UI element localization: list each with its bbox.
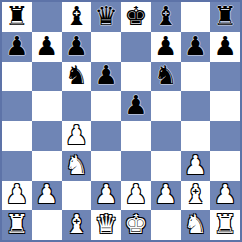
piece-black-pawn[interactable]: ♟ [5,33,28,59]
square-c2[interactable] [62,181,92,211]
square-a7[interactable]: ♟ [2,32,32,62]
piece-black-pawn[interactable]: ♟ [94,62,117,88]
square-h4[interactable] [210,121,240,151]
piece-white-knight[interactable]: ♞ [65,152,88,178]
piece-black-pawn[interactable]: ♟ [35,33,58,59]
square-e4[interactable] [121,121,151,151]
square-e5[interactable]: ♟ [121,91,151,121]
piece-black-pawn[interactable]: ♟ [213,33,236,59]
square-h2[interactable]: ♟ [210,181,240,211]
square-g4[interactable] [181,121,211,151]
square-h6[interactable] [210,62,240,92]
square-a1[interactable]: ♜ [2,210,32,240]
square-a6[interactable] [2,62,32,92]
piece-white-pawn[interactable]: ♟ [154,181,177,207]
square-d6[interactable]: ♟ [91,62,121,92]
square-e7[interactable] [121,32,151,62]
square-a2[interactable]: ♟ [2,181,32,211]
square-d4[interactable] [91,121,121,151]
piece-white-pawn[interactable]: ♟ [94,181,117,207]
chess-board: ♜♝♛♚♝♜♟♟♟♟♟♟♞♟♞♟♟♞♟♟♟♟♟♟♝♟♜♝♛♚♞♜ [0,0,242,242]
square-d2[interactable]: ♟ [91,181,121,211]
piece-white-pawn[interactable]: ♟ [184,152,207,178]
piece-white-rook[interactable]: ♜ [213,211,236,237]
square-b1[interactable] [32,210,62,240]
square-d5[interactable] [91,91,121,121]
square-b2[interactable]: ♟ [32,181,62,211]
square-a8[interactable]: ♜ [2,2,32,32]
square-h7[interactable]: ♟ [210,32,240,62]
square-g1[interactable]: ♞ [181,210,211,240]
square-c1[interactable]: ♝ [62,210,92,240]
piece-white-pawn[interactable]: ♟ [124,181,147,207]
piece-black-pawn[interactable]: ♟ [154,33,177,59]
piece-black-knight[interactable]: ♞ [154,62,177,88]
piece-black-pawn[interactable]: ♟ [184,33,207,59]
square-a3[interactable] [2,151,32,181]
square-g8[interactable] [181,2,211,32]
square-g3[interactable]: ♟ [181,151,211,181]
piece-black-king[interactable]: ♚ [124,3,147,29]
square-f4[interactable] [151,121,181,151]
square-f5[interactable] [151,91,181,121]
square-f7[interactable]: ♟ [151,32,181,62]
square-e6[interactable] [121,62,151,92]
square-b7[interactable]: ♟ [32,32,62,62]
square-b4[interactable] [32,121,62,151]
square-g5[interactable] [181,91,211,121]
square-h5[interactable] [210,91,240,121]
piece-white-rook[interactable]: ♜ [5,211,28,237]
square-e8[interactable]: ♚ [121,2,151,32]
square-b6[interactable] [32,62,62,92]
piece-black-rook[interactable]: ♜ [5,3,28,29]
square-c3[interactable]: ♞ [62,151,92,181]
piece-white-queen[interactable]: ♛ [94,211,117,237]
piece-white-bishop[interactable]: ♝ [184,181,207,207]
square-c6[interactable]: ♞ [62,62,92,92]
square-c8[interactable]: ♝ [62,2,92,32]
piece-white-pawn[interactable]: ♟ [5,181,28,207]
square-b8[interactable] [32,2,62,32]
square-c5[interactable] [62,91,92,121]
square-g6[interactable] [181,62,211,92]
square-d3[interactable] [91,151,121,181]
square-c7[interactable]: ♟ [62,32,92,62]
piece-black-bishop[interactable]: ♝ [154,3,177,29]
square-g7[interactable]: ♟ [181,32,211,62]
square-b3[interactable] [32,151,62,181]
piece-white-pawn[interactable]: ♟ [35,181,58,207]
piece-white-bishop[interactable]: ♝ [65,211,88,237]
square-f3[interactable] [151,151,181,181]
piece-black-rook[interactable]: ♜ [213,3,236,29]
square-e2[interactable]: ♟ [121,181,151,211]
piece-black-bishop[interactable]: ♝ [65,3,88,29]
piece-white-pawn[interactable]: ♟ [65,122,88,148]
piece-black-queen[interactable]: ♛ [94,3,117,29]
square-f2[interactable]: ♟ [151,181,181,211]
square-a4[interactable] [2,121,32,151]
piece-white-pawn[interactable]: ♟ [213,181,236,207]
square-d7[interactable] [91,32,121,62]
square-h3[interactable] [210,151,240,181]
square-f8[interactable]: ♝ [151,2,181,32]
square-h8[interactable]: ♜ [210,2,240,32]
piece-white-knight[interactable]: ♞ [184,211,207,237]
piece-black-knight[interactable]: ♞ [65,62,88,88]
square-h1[interactable]: ♜ [210,210,240,240]
piece-white-king[interactable]: ♚ [124,211,147,237]
square-e1[interactable]: ♚ [121,210,151,240]
square-f1[interactable] [151,210,181,240]
piece-black-pawn[interactable]: ♟ [65,33,88,59]
square-g2[interactable]: ♝ [181,181,211,211]
square-f6[interactable]: ♞ [151,62,181,92]
square-c4[interactable]: ♟ [62,121,92,151]
square-a5[interactable] [2,91,32,121]
square-e3[interactable] [121,151,151,181]
square-d1[interactable]: ♛ [91,210,121,240]
piece-black-pawn[interactable]: ♟ [124,92,147,118]
square-d8[interactable]: ♛ [91,2,121,32]
square-b5[interactable] [32,91,62,121]
